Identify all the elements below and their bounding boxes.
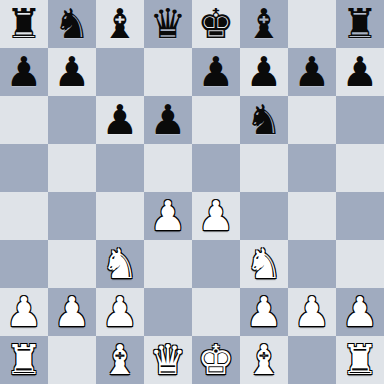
black-pawn[interactable]: ♟ <box>54 48 91 96</box>
square-h1[interactable]: ♜ <box>336 336 384 384</box>
white-pawn[interactable]: ♟ <box>54 288 91 336</box>
square-a7[interactable]: ♟ <box>0 48 48 96</box>
square-f1[interactable]: ♝ <box>240 336 288 384</box>
square-c6[interactable]: ♟ <box>96 96 144 144</box>
square-e6[interactable] <box>192 96 240 144</box>
square-f2[interactable]: ♟ <box>240 288 288 336</box>
square-f3[interactable]: ♞ <box>240 240 288 288</box>
black-pawn[interactable]: ♟ <box>342 48 379 96</box>
square-b8[interactable]: ♞ <box>48 0 96 48</box>
white-pawn[interactable]: ♟ <box>198 192 235 240</box>
square-f8[interactable]: ♝ <box>240 0 288 48</box>
square-g3[interactable] <box>288 240 336 288</box>
square-d3[interactable] <box>144 240 192 288</box>
square-c1[interactable]: ♝ <box>96 336 144 384</box>
square-h4[interactable] <box>336 192 384 240</box>
white-pawn[interactable]: ♟ <box>6 288 43 336</box>
white-rook[interactable]: ♜ <box>6 336 43 384</box>
square-d6[interactable]: ♟ <box>144 96 192 144</box>
square-b1[interactable] <box>48 336 96 384</box>
white-pawn[interactable]: ♟ <box>246 288 283 336</box>
square-b4[interactable] <box>48 192 96 240</box>
square-g2[interactable]: ♟ <box>288 288 336 336</box>
square-a4[interactable] <box>0 192 48 240</box>
black-rook[interactable]: ♜ <box>6 0 43 48</box>
square-a5[interactable] <box>0 144 48 192</box>
black-pawn[interactable]: ♟ <box>294 48 331 96</box>
square-a6[interactable] <box>0 96 48 144</box>
white-pawn[interactable]: ♟ <box>294 288 331 336</box>
square-g1[interactable] <box>288 336 336 384</box>
white-pawn[interactable]: ♟ <box>102 288 139 336</box>
square-e7[interactable]: ♟ <box>192 48 240 96</box>
square-d4[interactable]: ♟ <box>144 192 192 240</box>
square-b7[interactable]: ♟ <box>48 48 96 96</box>
square-a1[interactable]: ♜ <box>0 336 48 384</box>
white-bishop[interactable]: ♝ <box>102 336 139 384</box>
black-pawn[interactable]: ♟ <box>6 48 43 96</box>
white-knight[interactable]: ♞ <box>102 240 139 288</box>
black-rook[interactable]: ♜ <box>342 0 379 48</box>
square-e5[interactable] <box>192 144 240 192</box>
square-f4[interactable] <box>240 192 288 240</box>
square-g5[interactable] <box>288 144 336 192</box>
square-h6[interactable] <box>336 96 384 144</box>
square-c5[interactable] <box>96 144 144 192</box>
white-king[interactable]: ♚ <box>198 336 235 384</box>
black-pawn[interactable]: ♟ <box>246 48 283 96</box>
square-c7[interactable] <box>96 48 144 96</box>
black-pawn[interactable]: ♟ <box>198 48 235 96</box>
square-f6[interactable]: ♞ <box>240 96 288 144</box>
square-b3[interactable] <box>48 240 96 288</box>
square-b5[interactable] <box>48 144 96 192</box>
square-h2[interactable]: ♟ <box>336 288 384 336</box>
square-f5[interactable] <box>240 144 288 192</box>
square-e3[interactable] <box>192 240 240 288</box>
square-h3[interactable] <box>336 240 384 288</box>
black-knight[interactable]: ♞ <box>246 96 283 144</box>
square-d8[interactable]: ♛ <box>144 0 192 48</box>
square-c4[interactable] <box>96 192 144 240</box>
square-c8[interactable]: ♝ <box>96 0 144 48</box>
square-f7[interactable]: ♟ <box>240 48 288 96</box>
white-rook[interactable]: ♜ <box>342 336 379 384</box>
square-h7[interactable]: ♟ <box>336 48 384 96</box>
white-knight[interactable]: ♞ <box>246 240 283 288</box>
square-h8[interactable]: ♜ <box>336 0 384 48</box>
square-g7[interactable]: ♟ <box>288 48 336 96</box>
square-h5[interactable] <box>336 144 384 192</box>
square-c3[interactable]: ♞ <box>96 240 144 288</box>
square-e8[interactable]: ♚ <box>192 0 240 48</box>
black-king[interactable]: ♚ <box>198 0 235 48</box>
white-bishop[interactable]: ♝ <box>246 336 283 384</box>
black-bishop[interactable]: ♝ <box>246 0 283 48</box>
square-e2[interactable] <box>192 288 240 336</box>
square-d1[interactable]: ♛ <box>144 336 192 384</box>
white-pawn[interactable]: ♟ <box>342 288 379 336</box>
black-pawn[interactable]: ♟ <box>150 96 187 144</box>
square-e4[interactable]: ♟ <box>192 192 240 240</box>
black-bishop[interactable]: ♝ <box>102 0 139 48</box>
square-a8[interactable]: ♜ <box>0 0 48 48</box>
black-queen[interactable]: ♛ <box>150 0 187 48</box>
chess-board: ♜♞♝♛♚♝♜♟♟♟♟♟♟♟♟♞♟♟♞♞♟♟♟♟♟♟♜♝♛♚♝♜ <box>0 0 384 384</box>
square-b6[interactable] <box>48 96 96 144</box>
square-d2[interactable] <box>144 288 192 336</box>
square-a3[interactable] <box>0 240 48 288</box>
square-d5[interactable] <box>144 144 192 192</box>
square-g6[interactable] <box>288 96 336 144</box>
square-b2[interactable]: ♟ <box>48 288 96 336</box>
square-g8[interactable] <box>288 0 336 48</box>
square-c2[interactable]: ♟ <box>96 288 144 336</box>
black-knight[interactable]: ♞ <box>54 0 91 48</box>
white-queen[interactable]: ♛ <box>150 336 187 384</box>
white-pawn[interactable]: ♟ <box>150 192 187 240</box>
square-d7[interactable] <box>144 48 192 96</box>
black-pawn[interactable]: ♟ <box>102 96 139 144</box>
square-g4[interactable] <box>288 192 336 240</box>
square-e1[interactable]: ♚ <box>192 336 240 384</box>
square-a2[interactable]: ♟ <box>0 288 48 336</box>
